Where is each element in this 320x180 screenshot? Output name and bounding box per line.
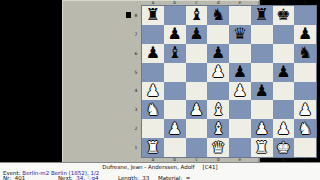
- white-player-name: Dufresne, Jean: [102, 164, 142, 170]
- square-f6[interactable]: [251, 44, 273, 63]
- square-g6[interactable]: [273, 44, 295, 63]
- black-knight-d8[interactable]: ♞: [211, 7, 225, 23]
- square-e7[interactable]: ♛: [229, 25, 251, 44]
- square-c4[interactable]: [186, 82, 208, 101]
- white-knight-h2[interactable]: ♞: [298, 120, 312, 136]
- square-c7[interactable]: ♟: [186, 25, 208, 44]
- stat-next-value: 34. ♘g4: [76, 175, 98, 180]
- square-h8[interactable]: [294, 6, 316, 25]
- black-rook-a8[interactable]: ♜: [146, 7, 160, 23]
- square-f1[interactable]: ♜: [251, 138, 273, 157]
- square-a2[interactable]: [142, 119, 164, 138]
- square-e3[interactable]: [229, 100, 251, 119]
- chess-board[interactable]: ♜♝♞♜♚♟♟♛♟♟♝♟♞♟♟♟♟♟♟♞♟♝♟♟♝♟♟♞♜♛♜♚: [142, 6, 316, 157]
- stat-material: Material: =: [158, 175, 190, 180]
- square-f8[interactable]: ♜: [251, 6, 273, 25]
- white-pawn-d5[interactable]: ♟: [211, 64, 225, 80]
- square-h2[interactable]: ♞: [294, 119, 316, 138]
- rank-labels-left: 87654321: [132, 6, 140, 157]
- square-g2[interactable]: ♟: [273, 119, 295, 138]
- rank-label-6: 6: [132, 44, 140, 63]
- white-rook-a1[interactable]: ♜: [146, 139, 160, 155]
- stat-length-value: 33: [142, 175, 149, 180]
- square-d1[interactable]: ♛: [207, 138, 229, 157]
- square-h5[interactable]: [294, 63, 316, 82]
- square-f7[interactable]: [251, 25, 273, 44]
- square-d8[interactable]: ♞: [207, 6, 229, 25]
- white-pawn-e4[interactable]: ♟: [233, 82, 247, 98]
- white-king-g1[interactable]: ♚: [276, 139, 290, 155]
- white-bishop-d3[interactable]: ♝: [211, 101, 225, 117]
- game-info-panel: Dufresne, Jean - Anderssen, Adolf[C41] E…: [0, 162, 320, 180]
- rank-label-4: 4: [132, 82, 140, 101]
- square-a3[interactable]: ♞: [142, 100, 164, 119]
- square-c3[interactable]: ♟: [186, 100, 208, 119]
- black-rook-f8[interactable]: ♜: [254, 7, 268, 23]
- black-pawn-e5[interactable]: ♟: [233, 64, 247, 80]
- board-frame: abcdefgh abcdefgh 87654321 87654321 ♜♝♞♜…: [62, 0, 260, 163]
- square-c8[interactable]: ♝: [186, 6, 208, 25]
- stat-next: Next: 34. ♘g4: [58, 175, 99, 180]
- stat-nr: Nr: 401: [3, 175, 25, 180]
- square-h3[interactable]: ♟: [294, 100, 316, 119]
- square-b5[interactable]: [164, 63, 186, 82]
- white-pawn-g2[interactable]: ♟: [276, 120, 290, 136]
- square-c2[interactable]: [186, 119, 208, 138]
- white-queen-d1[interactable]: ♛: [211, 139, 225, 155]
- rank-label-3: 3: [132, 100, 140, 119]
- white-pawn-b2[interactable]: ♟: [167, 120, 181, 136]
- black-bishop-c8[interactable]: ♝: [189, 7, 203, 23]
- square-f4[interactable]: ♟: [251, 82, 273, 101]
- square-e1[interactable]: [229, 138, 251, 157]
- rank-label-5: 5: [132, 63, 140, 82]
- black-queen-e7[interactable]: ♛: [233, 26, 247, 42]
- square-f3[interactable]: [251, 100, 273, 119]
- square-b8[interactable]: [164, 6, 186, 25]
- black-pawn-g5[interactable]: ♟: [276, 64, 290, 80]
- white-bishop-d2[interactable]: ♝: [211, 120, 225, 136]
- black-pawn-c7[interactable]: ♟: [189, 26, 203, 42]
- square-a7[interactable]: [142, 25, 164, 44]
- square-a1[interactable]: ♜: [142, 138, 164, 157]
- black-pawn-b7[interactable]: ♟: [167, 26, 181, 42]
- white-pawn-h3[interactable]: ♟: [298, 101, 312, 117]
- square-e8[interactable]: [229, 6, 251, 25]
- square-h7[interactable]: ♟: [294, 25, 316, 44]
- square-g5[interactable]: ♟: [273, 63, 295, 82]
- square-h4[interactable]: [294, 82, 316, 101]
- square-e6[interactable]: [229, 44, 251, 63]
- white-pawn-a4[interactable]: ♟: [146, 82, 160, 98]
- rank-label-2: 2: [132, 119, 140, 138]
- square-a5[interactable]: [142, 63, 164, 82]
- square-f2[interactable]: ♟: [251, 119, 273, 138]
- square-d4[interactable]: [207, 82, 229, 101]
- square-d2[interactable]: ♝: [207, 119, 229, 138]
- black-knight-h6[interactable]: ♞: [298, 45, 312, 61]
- rank-label-8: 8: [132, 6, 140, 25]
- square-d3[interactable]: ♝: [207, 100, 229, 119]
- video-frame: abcdefgh abcdefgh 87654321 87654321 ♜♝♞♜…: [0, 0, 320, 180]
- square-d5[interactable]: ♟: [207, 63, 229, 82]
- square-e2[interactable]: [229, 119, 251, 138]
- square-b3[interactable]: [164, 100, 186, 119]
- square-b6[interactable]: ♝: [164, 44, 186, 63]
- black-pawn-d6[interactable]: ♟: [211, 45, 225, 61]
- square-g3[interactable]: [273, 100, 295, 119]
- square-h6[interactable]: ♞: [294, 44, 316, 63]
- black-pawn-f4[interactable]: ♟: [254, 82, 268, 98]
- white-pawn-f2[interactable]: ♟: [254, 120, 268, 136]
- square-d7[interactable]: [207, 25, 229, 44]
- square-e4[interactable]: ♟: [229, 82, 251, 101]
- side-to-move-indicator: [126, 12, 131, 18]
- square-a6[interactable]: ♟: [142, 44, 164, 63]
- square-g7[interactable]: [273, 25, 295, 44]
- square-c6[interactable]: [186, 44, 208, 63]
- black-player-name: Anderssen, Adolf: [148, 164, 194, 170]
- stat-length: Length: 33: [118, 175, 149, 180]
- square-g4[interactable]: [273, 82, 295, 101]
- square-c1[interactable]: [186, 138, 208, 157]
- white-pawn-c3[interactable]: ♟: [189, 101, 203, 117]
- square-a8[interactable]: ♜: [142, 6, 164, 25]
- white-rook-f1[interactable]: ♜: [254, 139, 268, 155]
- square-g8[interactable]: ♚: [273, 6, 295, 25]
- square-f5[interactable]: [251, 63, 273, 82]
- square-e5[interactable]: ♟: [229, 63, 251, 82]
- square-d6[interactable]: ♟: [207, 44, 229, 63]
- white-knight-a3[interactable]: ♞: [146, 101, 160, 117]
- rank-label-7: 7: [132, 25, 140, 44]
- black-king-g8[interactable]: ♚: [276, 7, 290, 23]
- square-b4[interactable]: [164, 82, 186, 101]
- eco-code: [C41]: [195, 164, 218, 170]
- square-b7[interactable]: ♟: [164, 25, 186, 44]
- black-pawn-h7[interactable]: ♟: [298, 26, 312, 42]
- stat-material-value: =: [186, 175, 191, 180]
- square-b2[interactable]: ♟: [164, 119, 186, 138]
- square-h1[interactable]: [294, 138, 316, 157]
- square-g1[interactable]: ♚: [273, 138, 295, 157]
- black-pawn-a6[interactable]: ♟: [146, 45, 160, 61]
- square-c5[interactable]: [186, 63, 208, 82]
- rank-label-1: 1: [132, 138, 140, 157]
- square-b1[interactable]: [164, 138, 186, 157]
- square-a4[interactable]: ♟: [142, 82, 164, 101]
- black-bishop-b6[interactable]: ♝: [167, 45, 181, 61]
- stat-nr-value: 401: [15, 175, 26, 180]
